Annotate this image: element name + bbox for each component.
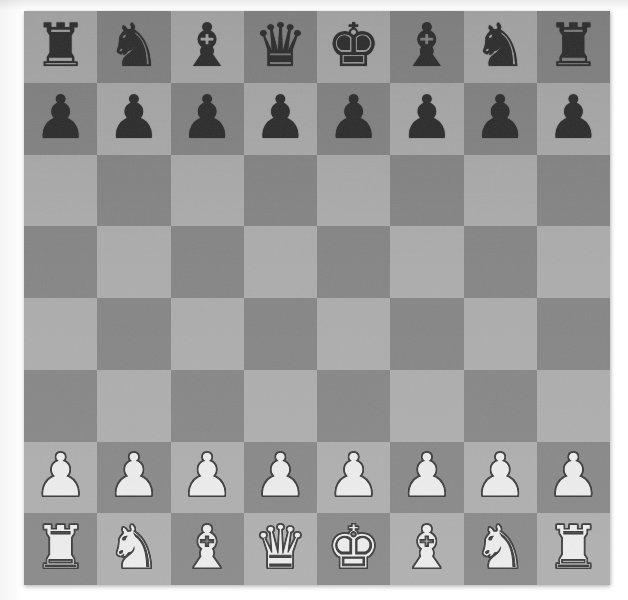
square-d7[interactable]: ♟: [244, 83, 317, 155]
square-g1[interactable]: ♞: [464, 513, 537, 585]
square-d6[interactable]: [244, 155, 317, 227]
square-d4[interactable]: [244, 298, 317, 370]
piece-black-knight[interactable]: ♞: [473, 15, 527, 75]
piece-white-pawn[interactable]: ♟: [473, 445, 527, 505]
square-e5[interactable]: [317, 226, 390, 298]
square-c3[interactable]: [171, 370, 244, 442]
square-f2[interactable]: ♟: [390, 442, 463, 514]
square-d3[interactable]: [244, 370, 317, 442]
square-a2[interactable]: ♟: [24, 442, 97, 514]
piece-black-pawn[interactable]: ♟: [327, 87, 381, 147]
piece-black-pawn[interactable]: ♟: [400, 87, 454, 147]
square-c4[interactable]: [171, 298, 244, 370]
square-e8[interactable]: ♚: [317, 11, 390, 83]
piece-white-pawn[interactable]: ♟: [400, 445, 454, 505]
piece-black-knight[interactable]: ♞: [107, 15, 161, 75]
square-h8[interactable]: ♜: [537, 11, 610, 83]
square-e2[interactable]: ♟: [317, 442, 390, 514]
piece-white-king[interactable]: ♚: [327, 517, 381, 577]
piece-black-bishop[interactable]: ♝: [400, 15, 454, 75]
square-g5[interactable]: [464, 226, 537, 298]
square-c7[interactable]: ♟: [171, 83, 244, 155]
square-f7[interactable]: ♟: [390, 83, 463, 155]
piece-black-pawn[interactable]: ♟: [34, 87, 88, 147]
square-c2[interactable]: ♟: [171, 442, 244, 514]
square-b2[interactable]: ♟: [97, 442, 170, 514]
square-c1[interactable]: ♝: [171, 513, 244, 585]
piece-black-rook[interactable]: ♜: [546, 15, 600, 75]
piece-black-rook[interactable]: ♜: [34, 15, 88, 75]
square-f5[interactable]: [390, 226, 463, 298]
square-d5[interactable]: [244, 226, 317, 298]
piece-black-pawn[interactable]: ♟: [107, 87, 161, 147]
square-e4[interactable]: [317, 298, 390, 370]
piece-black-pawn[interactable]: ♟: [180, 87, 234, 147]
square-e1[interactable]: ♚: [317, 513, 390, 585]
piece-black-king[interactable]: ♚: [327, 15, 381, 75]
square-c5[interactable]: [171, 226, 244, 298]
piece-black-pawn[interactable]: ♟: [473, 87, 527, 147]
square-h6[interactable]: [537, 155, 610, 227]
piece-black-bishop[interactable]: ♝: [180, 15, 234, 75]
chess-app-window: ♜♞♝♛♚♝♞♜♟♟♟♟♟♟♟♟♟♟♟♟♟♟♟♟♜♞♝♛♚♝♞♜: [0, 0, 628, 600]
square-g4[interactable]: [464, 298, 537, 370]
piece-white-pawn[interactable]: ♟: [546, 445, 600, 505]
square-h5[interactable]: [537, 226, 610, 298]
piece-white-pawn[interactable]: ♟: [327, 445, 381, 505]
square-h4[interactable]: [537, 298, 610, 370]
square-e3[interactable]: [317, 370, 390, 442]
square-h3[interactable]: [537, 370, 610, 442]
square-b1[interactable]: ♞: [97, 513, 170, 585]
square-a1[interactable]: ♜: [24, 513, 97, 585]
square-g6[interactable]: [464, 155, 537, 227]
square-d8[interactable]: ♛: [244, 11, 317, 83]
square-c6[interactable]: [171, 155, 244, 227]
square-d1[interactable]: ♛: [244, 513, 317, 585]
piece-white-pawn[interactable]: ♟: [107, 445, 161, 505]
square-f4[interactable]: [390, 298, 463, 370]
square-b6[interactable]: [97, 155, 170, 227]
piece-black-pawn[interactable]: ♟: [546, 87, 600, 147]
square-g3[interactable]: [464, 370, 537, 442]
piece-white-rook[interactable]: ♜: [546, 517, 600, 577]
piece-white-pawn[interactable]: ♟: [34, 445, 88, 505]
piece-white-pawn[interactable]: ♟: [180, 445, 234, 505]
piece-black-queen[interactable]: ♛: [253, 15, 307, 75]
piece-black-pawn[interactable]: ♟: [253, 87, 307, 147]
square-f8[interactable]: ♝: [390, 11, 463, 83]
square-g7[interactable]: ♟: [464, 83, 537, 155]
square-f3[interactable]: [390, 370, 463, 442]
square-g2[interactable]: ♟: [464, 442, 537, 514]
piece-white-pawn[interactable]: ♟: [253, 445, 307, 505]
square-f1[interactable]: ♝: [390, 513, 463, 585]
square-b8[interactable]: ♞: [97, 11, 170, 83]
square-e6[interactable]: [317, 155, 390, 227]
square-a4[interactable]: [24, 298, 97, 370]
square-h1[interactable]: ♜: [537, 513, 610, 585]
square-e7[interactable]: ♟: [317, 83, 390, 155]
square-b3[interactable]: [97, 370, 170, 442]
square-c8[interactable]: ♝: [171, 11, 244, 83]
piece-white-knight[interactable]: ♞: [473, 517, 527, 577]
square-a6[interactable]: [24, 155, 97, 227]
piece-white-rook[interactable]: ♜: [34, 517, 88, 577]
piece-white-knight[interactable]: ♞: [107, 517, 161, 577]
piece-white-bishop[interactable]: ♝: [400, 517, 454, 577]
square-a5[interactable]: [24, 226, 97, 298]
piece-white-queen[interactable]: ♛: [253, 517, 307, 577]
square-g8[interactable]: ♞: [464, 11, 537, 83]
square-a7[interactable]: ♟: [24, 83, 97, 155]
chess-board-frame: ♜♞♝♛♚♝♞♜♟♟♟♟♟♟♟♟♟♟♟♟♟♟♟♟♜♞♝♛♚♝♞♜: [24, 11, 610, 585]
square-d2[interactable]: ♟: [244, 442, 317, 514]
square-b7[interactable]: ♟: [97, 83, 170, 155]
square-h7[interactable]: ♟: [537, 83, 610, 155]
square-a3[interactable]: [24, 370, 97, 442]
piece-white-bishop[interactable]: ♝: [180, 517, 234, 577]
square-f6[interactable]: [390, 155, 463, 227]
square-b4[interactable]: [97, 298, 170, 370]
square-b5[interactable]: [97, 226, 170, 298]
chess-board[interactable]: ♜♞♝♛♚♝♞♜♟♟♟♟♟♟♟♟♟♟♟♟♟♟♟♟♜♞♝♛♚♝♞♜: [24, 11, 610, 585]
square-a8[interactable]: ♜: [24, 11, 97, 83]
square-h2[interactable]: ♟: [537, 442, 610, 514]
